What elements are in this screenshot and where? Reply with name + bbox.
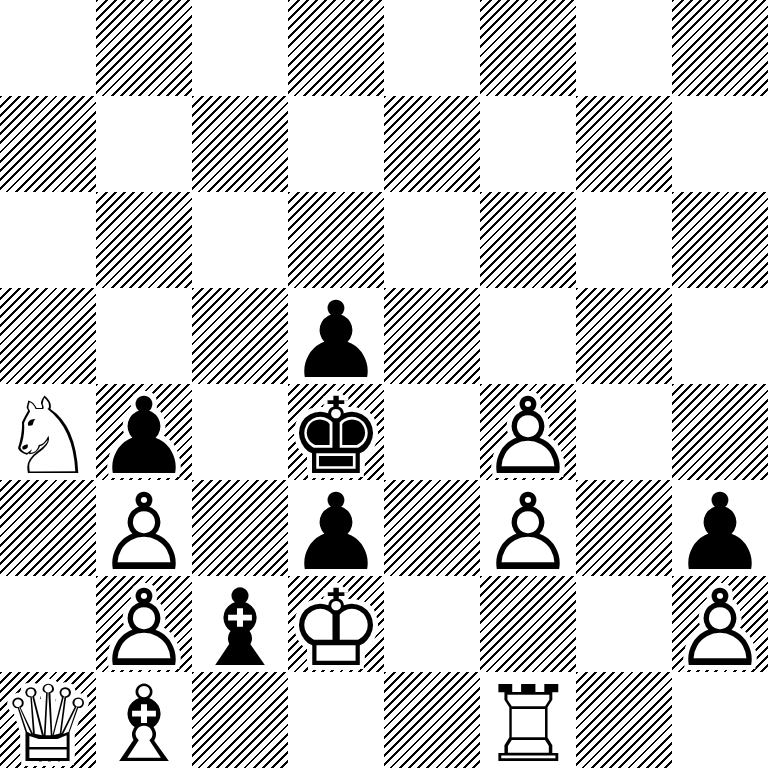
piece-white-queen-a1: ♛♕ (0, 672, 96, 768)
piece-black-pawn-h3: ♟♟ (672, 480, 768, 576)
square-e7[interactable] (384, 96, 480, 192)
square-c8[interactable] (192, 0, 288, 96)
square-b3[interactable]: ♟♙ (96, 480, 192, 576)
piece-white-pawn-f4: ♟♙ (480, 384, 576, 480)
piece-white-bishop-b1: ♝♗ (96, 672, 192, 768)
square-b7[interactable] (96, 96, 192, 192)
piece-black-pawn-d3: ♟♟ (288, 480, 384, 576)
square-c2[interactable]: ♝♝ (192, 576, 288, 672)
square-b2[interactable]: ♟♙ (96, 576, 192, 672)
square-h1[interactable] (672, 672, 768, 768)
square-d4[interactable]: ♚♚ (288, 384, 384, 480)
white-king-icon: ♔ (288, 576, 383, 682)
square-e4[interactable] (384, 384, 480, 480)
square-f2[interactable] (480, 576, 576, 672)
piece-black-bishop-c2: ♝♝ (192, 576, 288, 672)
square-h3[interactable]: ♟♟ (672, 480, 768, 576)
square-f5[interactable] (480, 288, 576, 384)
square-e8[interactable] (384, 0, 480, 96)
piece-black-pawn-b4: ♟♟ (96, 384, 192, 480)
square-c6[interactable] (192, 192, 288, 288)
square-h6[interactable] (672, 192, 768, 288)
square-a4[interactable]: ♞♘ (0, 384, 96, 480)
square-d5[interactable]: ♟♟ (288, 288, 384, 384)
square-h4[interactable] (672, 384, 768, 480)
square-c1[interactable] (192, 672, 288, 768)
square-b6[interactable] (96, 192, 192, 288)
square-f4[interactable]: ♟♙ (480, 384, 576, 480)
square-g5[interactable] (576, 288, 672, 384)
square-a8[interactable] (0, 0, 96, 96)
piece-white-pawn-b3: ♟♙ (96, 480, 192, 576)
square-h7[interactable] (672, 96, 768, 192)
square-a3[interactable] (0, 480, 96, 576)
square-d2[interactable]: ♚♔ (288, 576, 384, 672)
square-c3[interactable] (192, 480, 288, 576)
square-b4[interactable]: ♟♟ (96, 384, 192, 480)
square-b5[interactable] (96, 288, 192, 384)
piece-white-knight-a4: ♞♘ (0, 384, 96, 480)
square-c7[interactable] (192, 96, 288, 192)
piece-black-king-d4: ♚♚ (288, 384, 384, 480)
square-a6[interactable] (0, 192, 96, 288)
square-a2[interactable] (0, 576, 96, 672)
white-pawn-icon: ♙ (672, 576, 767, 682)
square-a5[interactable] (0, 288, 96, 384)
square-g6[interactable] (576, 192, 672, 288)
square-d6[interactable] (288, 192, 384, 288)
piece-white-king-d2: ♚♔ (288, 576, 384, 672)
piece-white-pawn-h2: ♟♙ (672, 576, 768, 672)
white-pawn-icon: ♙ (480, 480, 575, 586)
chessboard: ♟♟♞♘♟♟♚♚♟♙♟♙♟♟♟♙♟♟♟♙♝♝♚♔♟♙♛♕♝♗♜♖ (0, 0, 768, 768)
white-queen-icon: ♕ (0, 672, 95, 768)
square-g2[interactable] (576, 576, 672, 672)
square-c4[interactable] (192, 384, 288, 480)
square-f8[interactable] (480, 0, 576, 96)
piece-white-pawn-f3: ♟♙ (480, 480, 576, 576)
piece-white-rook-f1: ♜♖ (480, 672, 576, 768)
piece-white-pawn-b2: ♟♙ (96, 576, 192, 672)
square-b8[interactable] (96, 0, 192, 96)
square-g8[interactable] (576, 0, 672, 96)
square-h8[interactable] (672, 0, 768, 96)
square-f6[interactable] (480, 192, 576, 288)
square-e2[interactable] (384, 576, 480, 672)
white-knight-icon: ♘ (0, 384, 95, 490)
chess-diagram: ♟♟♞♘♟♟♚♚♟♙♟♙♟♟♟♙♟♟♟♙♝♝♚♔♟♙♛♕♝♗♜♖ (0, 0, 768, 768)
square-h2[interactable]: ♟♙ (672, 576, 768, 672)
square-d1[interactable] (288, 672, 384, 768)
white-rook-icon: ♖ (480, 672, 575, 768)
square-e5[interactable] (384, 288, 480, 384)
square-h5[interactable] (672, 288, 768, 384)
square-g7[interactable] (576, 96, 672, 192)
square-e3[interactable] (384, 480, 480, 576)
square-g1[interactable] (576, 672, 672, 768)
square-f3[interactable]: ♟♙ (480, 480, 576, 576)
square-g3[interactable] (576, 480, 672, 576)
white-bishop-icon: ♗ (96, 672, 191, 768)
square-f7[interactable] (480, 96, 576, 192)
square-c5[interactable] (192, 288, 288, 384)
square-e6[interactable] (384, 192, 480, 288)
black-bishop-icon: ♝ (192, 576, 287, 682)
square-g4[interactable] (576, 384, 672, 480)
piece-black-pawn-d5: ♟♟ (288, 288, 384, 384)
square-f1[interactable]: ♜♖ (480, 672, 576, 768)
square-a7[interactable] (0, 96, 96, 192)
square-d7[interactable] (288, 96, 384, 192)
square-d8[interactable] (288, 0, 384, 96)
square-b1[interactable]: ♝♗ (96, 672, 192, 768)
square-d3[interactable]: ♟♟ (288, 480, 384, 576)
square-a1[interactable]: ♛♕ (0, 672, 96, 768)
square-e1[interactable] (384, 672, 480, 768)
